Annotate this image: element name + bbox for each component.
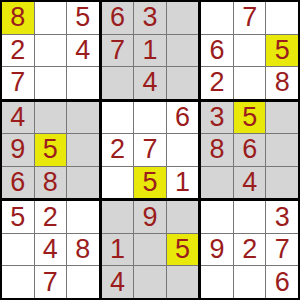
- cell-r5c3[interactable]: [67, 134, 99, 166]
- cell-r1c9[interactable]: [266, 2, 298, 34]
- cell-r9c7[interactable]: [201, 266, 233, 298]
- cell-r3c2[interactable]: [35, 67, 67, 99]
- cell-r7c9[interactable]: 3: [266, 201, 298, 233]
- cell-r4c5[interactable]: [134, 102, 166, 134]
- cell-r5c5[interactable]: 7: [134, 134, 166, 166]
- cell-r3c6[interactable]: [167, 67, 199, 99]
- cell-r1c7[interactable]: [201, 2, 233, 34]
- cell-r1c5[interactable]: 3: [134, 2, 166, 34]
- cell-r1c4[interactable]: 6: [102, 2, 134, 34]
- cell-r6c3[interactable]: [67, 167, 99, 199]
- cell-r1c2[interactable]: [35, 2, 67, 34]
- cell-r2c3[interactable]: 4: [67, 35, 99, 67]
- cell-r2c4[interactable]: 7: [102, 35, 134, 67]
- box-2-1: 49568: [2, 102, 99, 199]
- box-3-3: 39276: [201, 201, 298, 298]
- sudoku-board: 8524763714765284956862751358645248791543…: [0, 0, 300, 300]
- cell-r5c6[interactable]: [167, 134, 199, 166]
- cell-r7c6[interactable]: [167, 201, 199, 233]
- cell-r5c4[interactable]: 2: [102, 134, 134, 166]
- cell-r3c3[interactable]: [67, 67, 99, 99]
- cell-r5c9[interactable]: [266, 134, 298, 166]
- cell-r2c2[interactable]: [35, 35, 67, 67]
- box-2-2: 62751: [102, 102, 199, 199]
- cell-r8c1[interactable]: [2, 234, 34, 266]
- cell-r8c2[interactable]: 4: [35, 234, 67, 266]
- cell-r6c8[interactable]: 4: [234, 167, 266, 199]
- cell-r7c1[interactable]: 5: [2, 201, 34, 233]
- cell-r9c4[interactable]: 4: [102, 266, 134, 298]
- cell-r1c1[interactable]: 8: [2, 2, 34, 34]
- cell-r6c7[interactable]: [201, 167, 233, 199]
- cell-r1c3[interactable]: 5: [67, 2, 99, 34]
- cell-r4c6[interactable]: 6: [167, 102, 199, 134]
- cell-r8c9[interactable]: 7: [266, 234, 298, 266]
- cell-r2c6[interactable]: [167, 35, 199, 67]
- cell-r2c8[interactable]: [234, 35, 266, 67]
- cell-r5c1[interactable]: 9: [2, 134, 34, 166]
- box-2-3: 35864: [201, 102, 298, 199]
- cell-r7c7[interactable]: [201, 201, 233, 233]
- cell-r4c1[interactable]: 4: [2, 102, 34, 134]
- cell-r2c7[interactable]: 6: [201, 35, 233, 67]
- cell-r9c3[interactable]: [67, 266, 99, 298]
- cell-r9c6[interactable]: [167, 266, 199, 298]
- box-3-1: 52487: [2, 201, 99, 298]
- cell-r3c8[interactable]: [234, 67, 266, 99]
- cell-r9c9[interactable]: 6: [266, 266, 298, 298]
- cell-r7c2[interactable]: 2: [35, 201, 67, 233]
- box-1-1: 85247: [2, 2, 99, 99]
- cell-r8c8[interactable]: 2: [234, 234, 266, 266]
- cell-r5c2[interactable]: 5: [35, 134, 67, 166]
- cell-r6c9[interactable]: [266, 167, 298, 199]
- cell-r3c5[interactable]: 4: [134, 67, 166, 99]
- cell-r4c2[interactable]: [35, 102, 67, 134]
- cell-r6c2[interactable]: 8: [35, 167, 67, 199]
- cell-r9c2[interactable]: 7: [35, 266, 67, 298]
- cell-r8c3[interactable]: 8: [67, 234, 99, 266]
- cell-r4c7[interactable]: 3: [201, 102, 233, 134]
- cell-r3c4[interactable]: [102, 67, 134, 99]
- cell-r3c9[interactable]: 8: [266, 67, 298, 99]
- cell-r9c5[interactable]: [134, 266, 166, 298]
- cell-r3c1[interactable]: 7: [2, 67, 34, 99]
- cell-r9c1[interactable]: [2, 266, 34, 298]
- cell-r9c8[interactable]: [234, 266, 266, 298]
- cell-r6c6[interactable]: 1: [167, 167, 199, 199]
- cell-r7c3[interactable]: [67, 201, 99, 233]
- cell-r6c5[interactable]: 5: [134, 167, 166, 199]
- box-1-3: 76528: [201, 2, 298, 99]
- cell-r4c4[interactable]: [102, 102, 134, 134]
- cell-r8c6[interactable]: 5: [167, 234, 199, 266]
- cell-r4c3[interactable]: [67, 102, 99, 134]
- cell-r8c7[interactable]: 9: [201, 234, 233, 266]
- cell-r1c6[interactable]: [167, 2, 199, 34]
- cell-r5c8[interactable]: 6: [234, 134, 266, 166]
- cell-r8c5[interactable]: [134, 234, 166, 266]
- box-1-2: 63714: [102, 2, 199, 99]
- cell-r8c4[interactable]: 1: [102, 234, 134, 266]
- cell-r4c8[interactable]: 5: [234, 102, 266, 134]
- cell-r5c7[interactable]: 8: [201, 134, 233, 166]
- cell-r2c5[interactable]: 1: [134, 35, 166, 67]
- cell-r4c9[interactable]: [266, 102, 298, 134]
- box-3-2: 9154: [102, 201, 199, 298]
- cell-r6c4[interactable]: [102, 167, 134, 199]
- cell-r1c8[interactable]: 7: [234, 2, 266, 34]
- cell-r7c4[interactable]: [102, 201, 134, 233]
- cell-r3c7[interactable]: 2: [201, 67, 233, 99]
- cell-r2c1[interactable]: 2: [2, 35, 34, 67]
- cell-r6c1[interactable]: 6: [2, 167, 34, 199]
- cell-r2c9[interactable]: 5: [266, 35, 298, 67]
- cell-r7c8[interactable]: [234, 201, 266, 233]
- cell-r7c5[interactable]: 9: [134, 201, 166, 233]
